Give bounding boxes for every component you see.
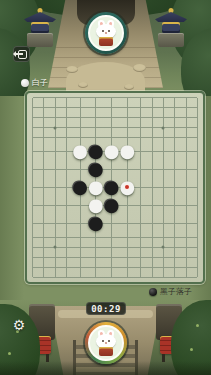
grid-line <box>66 252 67 262</box>
intersection[interactable] <box>50 142 61 160</box>
intersection[interactable] <box>104 252 120 262</box>
intersection[interactable] <box>192 178 203 196</box>
grid-line <box>140 262 141 272</box>
intersection[interactable] <box>192 252 203 262</box>
intersection[interactable] <box>38 252 49 262</box>
intersection[interactable] <box>72 113 88 123</box>
grid-line <box>197 232 198 242</box>
intersection[interactable] <box>38 178 49 196</box>
grid-line <box>186 232 187 242</box>
intersection[interactable] <box>38 113 49 123</box>
intersection[interactable] <box>61 272 72 282</box>
grid-line <box>80 232 81 242</box>
board-grid[interactable]: ●●●●●●●●●●●● <box>27 93 203 282</box>
intersection[interactable] <box>158 142 169 160</box>
intersection[interactable] <box>50 160 61 178</box>
intersection[interactable] <box>146 262 157 272</box>
intersection[interactable] <box>158 133 169 143</box>
intersection[interactable] <box>38 262 49 272</box>
grid-line <box>163 262 164 272</box>
grid-line <box>197 272 198 277</box>
intersection[interactable] <box>38 123 49 133</box>
intersection[interactable] <box>72 214 88 232</box>
grid-line <box>32 252 33 262</box>
intersection[interactable] <box>169 214 180 232</box>
intersection[interactable] <box>119 93 135 103</box>
grid-line <box>186 242 187 252</box>
intersection[interactable] <box>180 103 191 113</box>
intersection[interactable] <box>135 232 146 242</box>
grid-line <box>127 196 128 214</box>
intersection[interactable] <box>61 262 72 272</box>
intersection[interactable] <box>146 272 157 282</box>
grid-line <box>43 196 44 214</box>
intersection[interactable] <box>88 262 104 272</box>
grid-line <box>174 242 175 252</box>
intersection[interactable] <box>104 123 120 133</box>
grid-line <box>174 252 175 262</box>
intersection[interactable] <box>104 113 120 123</box>
black-stone: ● <box>88 214 104 232</box>
grid-line <box>32 232 33 242</box>
intersection[interactable] <box>192 272 203 282</box>
intersection[interactable] <box>61 214 72 232</box>
grid-line <box>43 123 44 133</box>
intersection[interactable] <box>119 262 135 272</box>
grid-line <box>127 242 128 252</box>
grid-line <box>174 133 175 143</box>
pebble <box>124 84 134 90</box>
grid-line <box>140 196 141 214</box>
intersection[interactable] <box>135 242 146 252</box>
intersection[interactable] <box>27 113 38 123</box>
grid-line <box>174 178 175 196</box>
intersection[interactable] <box>27 272 38 282</box>
intersection[interactable] <box>180 160 191 178</box>
intersection[interactable] <box>38 133 49 143</box>
intersection[interactable] <box>119 113 135 123</box>
grid-line <box>111 103 112 113</box>
intersection[interactable] <box>192 262 203 272</box>
white-stone: ● <box>119 178 135 196</box>
intersection[interactable] <box>146 232 157 242</box>
grid-line <box>43 178 44 196</box>
intersection[interactable] <box>135 214 146 232</box>
intersection[interactable] <box>61 252 72 262</box>
intersection[interactable] <box>27 232 38 242</box>
intersection[interactable] <box>158 93 169 103</box>
intersection[interactable] <box>192 103 203 113</box>
intersection[interactable] <box>72 242 88 252</box>
intersection[interactable] <box>104 262 120 272</box>
intersection[interactable] <box>192 160 203 178</box>
intersection[interactable] <box>27 262 38 272</box>
grid-line <box>140 232 141 242</box>
intersection[interactable] <box>146 113 157 123</box>
intersection[interactable] <box>180 178 191 196</box>
grid-line <box>127 214 128 232</box>
intersection[interactable] <box>61 178 72 196</box>
intersection[interactable] <box>180 113 191 123</box>
intersection[interactable] <box>146 123 157 133</box>
back-button[interactable] <box>13 46 30 62</box>
intersection[interactable] <box>72 262 88 272</box>
intersection[interactable] <box>50 93 61 103</box>
intersection[interactable] <box>27 93 38 103</box>
intersection[interactable] <box>27 133 38 143</box>
grid-line <box>152 160 153 178</box>
intersection[interactable] <box>146 103 157 113</box>
intersection[interactable] <box>192 196 203 214</box>
grid-line <box>163 272 164 277</box>
intersection[interactable] <box>192 113 203 123</box>
grid-line <box>55 103 56 113</box>
grid-line <box>127 232 128 242</box>
intersection[interactable] <box>158 272 169 282</box>
grid-line <box>152 272 153 277</box>
intersection[interactable] <box>169 93 180 103</box>
intersection[interactable] <box>135 252 146 262</box>
intersection[interactable] <box>135 133 146 143</box>
intersection[interactable] <box>158 103 169 113</box>
intersection[interactable] <box>135 93 146 103</box>
intersection[interactable] <box>104 272 120 282</box>
intersection[interactable] <box>27 103 38 113</box>
grid-line <box>43 252 44 262</box>
intersection[interactable] <box>180 196 191 214</box>
grid-line <box>197 252 198 262</box>
intersection[interactable] <box>158 178 169 196</box>
intersection[interactable] <box>146 214 157 232</box>
intersection[interactable] <box>169 196 180 214</box>
intersection[interactable] <box>146 160 157 178</box>
intersection[interactable] <box>119 196 135 214</box>
grid-line <box>127 103 128 113</box>
intersection[interactable] <box>169 103 180 113</box>
pebble <box>66 66 78 73</box>
intersection[interactable] <box>38 103 49 113</box>
intersection[interactable] <box>88 242 104 252</box>
intersection[interactable] <box>158 123 169 133</box>
intersection[interactable] <box>180 242 191 252</box>
intersection[interactable] <box>61 142 72 160</box>
grid-line <box>32 142 33 160</box>
grid-line <box>55 113 56 123</box>
intersection[interactable] <box>61 123 72 133</box>
intersection[interactable] <box>72 272 88 282</box>
grid-line <box>197 242 198 252</box>
avatar-cat-illustration <box>88 325 124 361</box>
intersection[interactable]: ● <box>104 142 120 160</box>
intersection[interactable] <box>135 123 146 133</box>
grid-line <box>55 262 56 272</box>
intersection[interactable] <box>180 262 191 272</box>
grid-line <box>43 160 44 178</box>
grid-line <box>32 160 33 178</box>
intersection[interactable] <box>50 232 61 242</box>
intersection[interactable] <box>72 123 88 133</box>
intersection[interactable] <box>27 160 38 178</box>
intersection[interactable] <box>104 232 120 242</box>
intersection[interactable] <box>169 160 180 178</box>
intersection[interactable] <box>50 214 61 232</box>
grid-line <box>152 262 153 272</box>
intersection[interactable] <box>50 178 61 196</box>
intersection[interactable] <box>119 214 135 232</box>
grid-line <box>127 252 128 262</box>
intersection[interactable] <box>61 133 72 143</box>
opponent-avatar[interactable] <box>85 12 127 54</box>
intersection[interactable] <box>88 232 104 242</box>
intersection[interactable] <box>158 232 169 242</box>
intersection[interactable] <box>146 142 157 160</box>
settings-button[interactable]: ⚙ <box>10 316 28 334</box>
grid-line <box>55 252 56 262</box>
intersection[interactable] <box>180 142 191 160</box>
grid-line <box>80 214 81 232</box>
pebble <box>133 64 146 72</box>
intersection[interactable] <box>169 272 180 282</box>
intersection[interactable] <box>50 196 61 214</box>
intersection[interactable] <box>169 123 180 133</box>
grid-line <box>197 133 198 143</box>
grid-line <box>32 196 33 214</box>
intersection[interactable] <box>38 272 49 282</box>
intersection[interactable]: ● <box>88 214 104 232</box>
intersection[interactable] <box>88 123 104 133</box>
intersection[interactable] <box>119 252 135 262</box>
grid-line <box>66 232 67 242</box>
intersection[interactable] <box>50 133 61 143</box>
grid-line <box>66 113 67 123</box>
intersection[interactable] <box>135 196 146 214</box>
intersection[interactable] <box>169 178 180 196</box>
leaf-speck <box>8 352 11 355</box>
intersection[interactable] <box>146 196 157 214</box>
intersection[interactable] <box>135 142 146 160</box>
grid-line <box>140 103 141 113</box>
gomoku-board[interactable]: ●●●●●●●●●●●● <box>25 91 205 284</box>
intersection[interactable] <box>88 113 104 123</box>
intersection[interactable] <box>180 214 191 232</box>
intersection[interactable] <box>119 103 135 113</box>
grid-line <box>186 196 187 214</box>
intersection[interactable] <box>27 178 38 196</box>
grid-line <box>152 103 153 113</box>
intersection[interactable] <box>119 123 135 133</box>
intersection[interactable] <box>61 160 72 178</box>
intersection[interactable] <box>61 113 72 123</box>
intersection[interactable] <box>135 262 146 272</box>
intersection[interactable] <box>135 113 146 123</box>
intersection[interactable] <box>27 252 38 262</box>
intersection[interactable] <box>158 214 169 232</box>
intersection[interactable] <box>192 242 203 252</box>
intersection[interactable] <box>27 196 38 214</box>
intersection[interactable] <box>146 252 157 262</box>
intersection[interactable] <box>38 242 49 252</box>
intersection[interactable] <box>50 113 61 123</box>
intersection[interactable] <box>192 142 203 160</box>
intersection[interactable] <box>158 252 169 262</box>
intersection[interactable] <box>192 93 203 103</box>
intersection[interactable] <box>88 103 104 113</box>
intersection[interactable] <box>50 123 61 133</box>
intersection[interactable] <box>169 113 180 123</box>
intersection[interactable] <box>61 103 72 113</box>
grid-line <box>197 196 198 214</box>
star-point <box>162 246 165 249</box>
grid-line <box>95 232 96 242</box>
intersection[interactable]: ● <box>72 178 88 196</box>
intersection[interactable] <box>158 196 169 214</box>
grid-line <box>80 113 81 123</box>
intersection[interactable] <box>72 93 88 103</box>
intersection[interactable] <box>61 232 72 242</box>
black-stone: ● <box>72 178 88 196</box>
grid-line <box>111 242 112 252</box>
intersection[interactable] <box>180 123 191 133</box>
intersection[interactable] <box>50 242 61 252</box>
intersection[interactable] <box>38 232 49 242</box>
intersection[interactable] <box>146 93 157 103</box>
intersection[interactable]: ● <box>119 142 135 160</box>
intersection[interactable] <box>158 113 169 123</box>
intersection[interactable] <box>38 142 49 160</box>
intersection[interactable] <box>169 252 180 262</box>
intersection[interactable]: ● <box>104 196 120 214</box>
grid-line <box>174 113 175 123</box>
grid-line <box>140 178 141 196</box>
intersection[interactable] <box>135 272 146 282</box>
grid-line <box>66 123 67 133</box>
intersection[interactable] <box>119 272 135 282</box>
intersection[interactable] <box>104 93 120 103</box>
intersection[interactable] <box>158 262 169 272</box>
grid-line <box>152 232 153 242</box>
intersection[interactable] <box>192 123 203 133</box>
intersection[interactable] <box>169 142 180 160</box>
grid-line <box>140 142 141 160</box>
grid-line <box>197 262 198 272</box>
intersection[interactable] <box>104 103 120 113</box>
intersection[interactable] <box>27 214 38 232</box>
intersection[interactable] <box>169 232 180 242</box>
grid-line <box>186 214 187 232</box>
stone-lantern-left <box>24 8 56 48</box>
intersection[interactable] <box>104 242 120 252</box>
intersection[interactable] <box>135 160 146 178</box>
black-stone-icon <box>149 288 157 296</box>
intersection[interactable] <box>104 214 120 232</box>
white-stone: ● <box>104 142 120 160</box>
intersection[interactable] <box>50 252 61 262</box>
grid-line <box>174 103 175 113</box>
intersection[interactable] <box>38 196 49 214</box>
leaf-speck <box>196 324 199 327</box>
intersection[interactable] <box>38 160 49 178</box>
intersection[interactable] <box>72 196 88 214</box>
grid-line <box>186 160 187 178</box>
intersection[interactable] <box>180 272 191 282</box>
intersection[interactable] <box>50 103 61 113</box>
intersection[interactable] <box>72 103 88 113</box>
lantern-pedestal <box>158 33 184 47</box>
intersection[interactable] <box>119 242 135 252</box>
intersection[interactable] <box>135 103 146 113</box>
grid-line <box>111 232 112 242</box>
grid-line <box>186 113 187 123</box>
intersection[interactable] <box>158 160 169 178</box>
intersection[interactable] <box>158 242 169 252</box>
star-point <box>54 126 57 129</box>
intersection[interactable]: ● <box>119 178 135 196</box>
intersection[interactable] <box>146 133 157 143</box>
grid-line <box>32 262 33 272</box>
last-move-marker <box>125 185 129 189</box>
intersection[interactable] <box>27 123 38 133</box>
intersection[interactable] <box>192 232 203 242</box>
intersection[interactable] <box>88 272 104 282</box>
intersection[interactable] <box>146 242 157 252</box>
intersection[interactable] <box>50 272 61 282</box>
grid-line <box>163 133 164 143</box>
intersection[interactable] <box>192 214 203 232</box>
intersection[interactable] <box>27 242 38 252</box>
intersection[interactable] <box>180 232 191 242</box>
grid-line <box>152 242 153 252</box>
intersection[interactable] <box>169 133 180 143</box>
intersection[interactable] <box>61 93 72 103</box>
player-avatar[interactable] <box>85 322 127 364</box>
intersection[interactable] <box>180 93 191 103</box>
intersection[interactable] <box>180 252 191 262</box>
grid-line <box>55 133 56 143</box>
grid-line <box>197 160 198 178</box>
intersection[interactable] <box>38 214 49 232</box>
grid-line <box>55 214 56 232</box>
intersection[interactable] <box>192 133 203 143</box>
intersection[interactable] <box>169 262 180 272</box>
intersection[interactable] <box>61 196 72 214</box>
intersection[interactable] <box>180 133 191 143</box>
intersection[interactable] <box>88 252 104 262</box>
grid-line <box>32 272 33 277</box>
intersection[interactable] <box>88 93 104 103</box>
intersection[interactable] <box>27 142 38 160</box>
intersection[interactable] <box>146 178 157 196</box>
intersection[interactable] <box>38 93 49 103</box>
move-timer: 00:29 <box>86 302 126 315</box>
intersection[interactable] <box>119 232 135 242</box>
intersection[interactable] <box>72 232 88 242</box>
grid-line <box>186 123 187 133</box>
intersection[interactable] <box>135 178 146 196</box>
black-player-indicator: 黑子落子 <box>149 287 192 297</box>
grid-line <box>197 178 198 196</box>
grid-line <box>174 214 175 232</box>
intersection[interactable] <box>50 262 61 272</box>
intersection[interactable] <box>72 252 88 262</box>
grid-line <box>55 142 56 160</box>
grid-line <box>66 160 67 178</box>
grass-shade-left <box>0 96 24 300</box>
intersection[interactable]: ● <box>72 142 88 160</box>
intersection[interactable] <box>169 242 180 252</box>
grid-line <box>66 272 67 277</box>
intersection[interactable] <box>61 242 72 252</box>
grid-line <box>174 142 175 160</box>
